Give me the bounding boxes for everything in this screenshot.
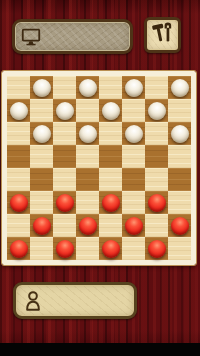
- hammer-wrench-icon: [151, 21, 175, 49]
- square-2-1[interactable]: [30, 122, 53, 145]
- square-3-1: [30, 145, 53, 168]
- white-checker[interactable]: [125, 79, 143, 97]
- square-0-0: [7, 76, 30, 99]
- white-checker[interactable]: [125, 125, 143, 143]
- square-4-0: [7, 168, 30, 191]
- square-0-3[interactable]: [76, 76, 99, 99]
- square-0-1[interactable]: [30, 76, 53, 99]
- square-1-2[interactable]: [53, 99, 76, 122]
- square-6-5[interactable]: [122, 214, 145, 237]
- square-0-4: [99, 76, 122, 99]
- white-checker[interactable]: [102, 102, 120, 120]
- square-4-7[interactable]: [168, 168, 191, 191]
- square-2-4: [99, 122, 122, 145]
- square-3-7: [168, 145, 191, 168]
- square-0-7[interactable]: [168, 76, 191, 99]
- square-3-6[interactable]: [145, 145, 168, 168]
- square-4-1[interactable]: [30, 168, 53, 191]
- square-7-3: [76, 237, 99, 260]
- square-5-3: [76, 191, 99, 214]
- settings-button[interactable]: [144, 17, 181, 53]
- square-6-6: [145, 214, 168, 237]
- square-1-4[interactable]: [99, 99, 122, 122]
- red-checker[interactable]: [171, 217, 189, 235]
- square-5-4[interactable]: [99, 191, 122, 214]
- square-1-6[interactable]: [145, 99, 168, 122]
- square-2-5[interactable]: [122, 122, 145, 145]
- square-2-0: [7, 122, 30, 145]
- square-2-3[interactable]: [76, 122, 99, 145]
- square-6-2: [53, 214, 76, 237]
- square-7-5: [122, 237, 145, 260]
- square-6-3[interactable]: [76, 214, 99, 237]
- square-4-2: [53, 168, 76, 191]
- white-checker[interactable]: [79, 125, 97, 143]
- square-1-7: [168, 99, 191, 122]
- square-5-5: [122, 191, 145, 214]
- square-7-4[interactable]: [99, 237, 122, 260]
- bottom-black-bar: [0, 343, 200, 356]
- red-checker[interactable]: [10, 240, 28, 258]
- opponent-display-panel: [12, 19, 133, 54]
- red-checker[interactable]: [56, 194, 74, 212]
- square-5-6[interactable]: [145, 191, 168, 214]
- square-6-7[interactable]: [168, 214, 191, 237]
- white-checker[interactable]: [10, 102, 28, 120]
- square-1-5: [122, 99, 145, 122]
- app-screen: [0, 0, 200, 356]
- square-3-5: [122, 145, 145, 168]
- square-3-4[interactable]: [99, 145, 122, 168]
- square-3-3: [76, 145, 99, 168]
- red-checker[interactable]: [10, 194, 28, 212]
- white-checker[interactable]: [148, 102, 166, 120]
- square-4-4: [99, 168, 122, 191]
- square-6-1[interactable]: [30, 214, 53, 237]
- square-7-2[interactable]: [53, 237, 76, 260]
- white-checker[interactable]: [171, 79, 189, 97]
- square-3-2[interactable]: [53, 145, 76, 168]
- white-checker[interactable]: [56, 102, 74, 120]
- square-2-6: [145, 122, 168, 145]
- square-2-2: [53, 122, 76, 145]
- player-icon: [23, 289, 43, 313]
- square-1-3: [76, 99, 99, 122]
- white-checker[interactable]: [33, 79, 51, 97]
- red-checker[interactable]: [148, 194, 166, 212]
- square-5-7: [168, 191, 191, 214]
- red-checker[interactable]: [33, 217, 51, 235]
- white-checker[interactable]: [79, 79, 97, 97]
- square-2-7[interactable]: [168, 122, 191, 145]
- square-3-0[interactable]: [7, 145, 30, 168]
- player-panel: [13, 282, 137, 319]
- red-checker[interactable]: [102, 240, 120, 258]
- square-4-5[interactable]: [122, 168, 145, 191]
- square-6-4: [99, 214, 122, 237]
- red-checker[interactable]: [102, 194, 120, 212]
- square-5-0[interactable]: [7, 191, 30, 214]
- red-checker[interactable]: [125, 217, 143, 235]
- square-7-1: [30, 237, 53, 260]
- square-5-1: [30, 191, 53, 214]
- square-6-0: [7, 214, 30, 237]
- red-checker[interactable]: [79, 217, 97, 235]
- square-0-5[interactable]: [122, 76, 145, 99]
- red-checker[interactable]: [56, 240, 74, 258]
- square-1-0[interactable]: [7, 99, 30, 122]
- square-0-2: [53, 76, 76, 99]
- square-7-0[interactable]: [7, 237, 30, 260]
- board-grid: [7, 76, 191, 260]
- monitor-icon: [20, 26, 42, 48]
- square-1-1: [30, 99, 53, 122]
- red-checker[interactable]: [148, 240, 166, 258]
- white-checker[interactable]: [33, 125, 51, 143]
- square-0-6: [145, 76, 168, 99]
- square-7-6[interactable]: [145, 237, 168, 260]
- checkers-board: [2, 71, 196, 265]
- square-4-6: [145, 168, 168, 191]
- white-checker[interactable]: [171, 125, 189, 143]
- square-4-3[interactable]: [76, 168, 99, 191]
- square-5-2[interactable]: [53, 191, 76, 214]
- square-7-7: [168, 237, 191, 260]
